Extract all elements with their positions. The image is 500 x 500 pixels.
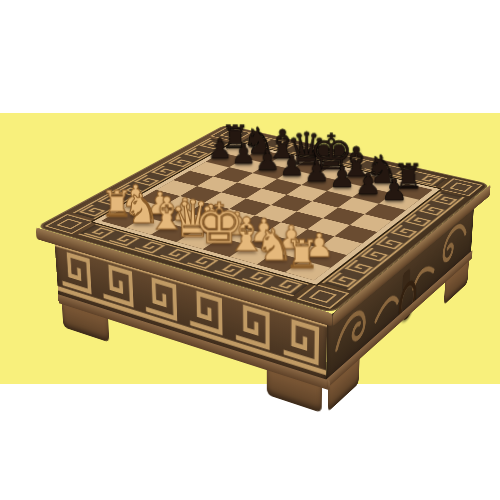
black-pawn-h7[interactable]: ♟ bbox=[381, 175, 408, 205]
black-pawn-c7[interactable]: ♟ bbox=[255, 146, 281, 175]
black-pawn-b7[interactable]: ♟ bbox=[231, 140, 256, 168]
black-pawn-a7[interactable]: ♟ bbox=[207, 135, 232, 163]
white-rook-h1[interactable]: ♜ bbox=[285, 235, 320, 274]
black-pawn-g7[interactable]: ♟ bbox=[355, 169, 382, 199]
square-h1[interactable]: ♜ bbox=[285, 260, 330, 281]
square-d5[interactable] bbox=[246, 189, 287, 205]
square-f5[interactable] bbox=[297, 201, 338, 218]
black-pawn-d7[interactable]: ♟ bbox=[279, 152, 305, 181]
black-pawn-e7[interactable]: ♟ bbox=[304, 157, 330, 186]
black-pawn-f7[interactable]: ♟ bbox=[329, 163, 355, 192]
photo-stage: ♜♞♝♛♚♝♞♜♟♟♟♟♟♟♟♟♟♟♟♟♟♟♟♟♜♞♝♛♚♝♞♜ bbox=[0, 0, 500, 500]
